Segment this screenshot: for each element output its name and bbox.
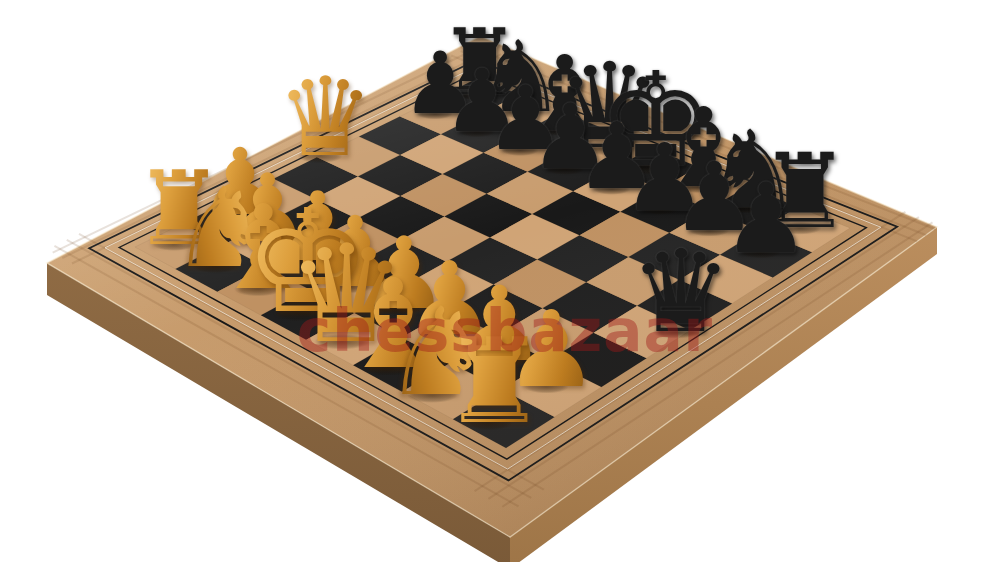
piece-black-pawn-h7: ♟	[723, 170, 810, 267]
watermark: chessbazaar	[297, 297, 713, 365]
chess-set-photo: ♜♞♟♝♟♛♟♛♚♟♝♟♞♟♟♜♟♟♜♟♟♞♟♝♟♚♛♟♛♟♝♟♞♜ chess…	[0, 0, 1000, 562]
pieces-layer: ♜♞♟♝♟♛♟♛♚♟♝♟♞♟♟♜♟♟♜♟♟♞♟♝♟♚♛♟♛♟♝♟♞♜	[0, 0, 1000, 562]
